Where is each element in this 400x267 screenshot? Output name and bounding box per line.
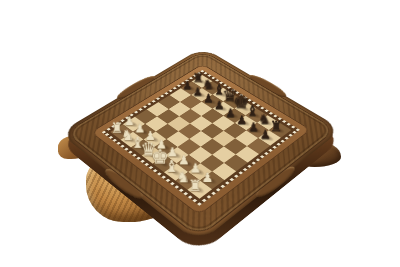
chess-set: ♜♞♝♛♚♝♞♜♟♟♟♟♟♟♟♟♟♟♟♟♟♟♟♟♜♞♝♛♚♝♞♜	[59, 47, 342, 243]
square-h1: ♜	[187, 181, 212, 199]
square-h7: ♟	[258, 130, 281, 146]
chess-set-scene: ♜♞♝♛♚♝♞♜♟♟♟♟♟♟♟♟♟♟♟♟♟♟♟♟♜♞♝♛♚♝♞♜	[0, 0, 400, 267]
case-top: ♜♞♝♛♚♝♞♜♟♟♟♟♟♟♟♟♟♟♟♟♟♟♟♟♜♞♝♛♚♝♞♜	[59, 47, 342, 243]
white-rook-h1: ♜	[177, 169, 212, 193]
black-pawn-h7: ♟	[249, 119, 281, 141]
product-photo-stage: ♜♞♝♛♚♝♞♜♟♟♟♟♟♟♟♟♟♟♟♟♟♟♟♟♜♞♝♛♚♝♞♜	[0, 0, 400, 267]
